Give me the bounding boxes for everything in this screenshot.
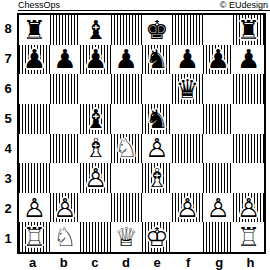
square-f7[interactable]: ♟♟ bbox=[172, 45, 203, 75]
square-a6[interactable] bbox=[19, 74, 50, 104]
square-b2[interactable]: ♟♙ bbox=[50, 193, 81, 223]
rank-label-6: 6 bbox=[0, 73, 16, 103]
piece-glyph: ♝ bbox=[84, 17, 107, 43]
rank-label-7: 7 bbox=[0, 43, 16, 73]
black-knight[interactable]: ♞♞ bbox=[142, 45, 173, 75]
piece-glyph: ♟ bbox=[115, 46, 138, 72]
square-h3[interactable] bbox=[233, 163, 264, 193]
square-a1[interactable]: ♜♖ bbox=[19, 222, 50, 252]
square-d4[interactable]: ♞♘ bbox=[111, 134, 142, 164]
square-g4[interactable] bbox=[203, 134, 234, 164]
rank-labels: 8 7 6 5 4 3 2 1 bbox=[0, 13, 16, 254]
white-pawn[interactable]: ♟♙ bbox=[50, 193, 81, 223]
square-h8[interactable]: ♜♜ bbox=[233, 15, 264, 45]
square-d8[interactable] bbox=[111, 15, 142, 45]
white-pawn[interactable]: ♟♙ bbox=[233, 193, 264, 223]
square-e6[interactable] bbox=[142, 74, 173, 104]
black-pawn[interactable]: ♟♟ bbox=[50, 45, 81, 75]
black-knight[interactable]: ♞♞ bbox=[142, 104, 173, 134]
piece-glyph: ♟ bbox=[237, 46, 260, 72]
black-bishop[interactable]: ♝♝ bbox=[80, 104, 111, 134]
header-rule bbox=[18, 10, 270, 11]
square-g7[interactable]: ♟♟ bbox=[203, 45, 234, 75]
file-label-g: g bbox=[204, 255, 235, 269]
file-label-a: a bbox=[17, 255, 48, 269]
white-pawn[interactable]: ♟♙ bbox=[203, 193, 234, 223]
black-pawn[interactable]: ♟♟ bbox=[111, 45, 142, 75]
black-bishop[interactable]: ♝♝ bbox=[80, 15, 111, 45]
square-h7[interactable]: ♟♟ bbox=[233, 45, 264, 75]
square-h1[interactable]: ♜♖ bbox=[233, 222, 264, 252]
piece-glyph: ♗ bbox=[84, 135, 107, 161]
piece-glyph: ♙ bbox=[84, 165, 107, 191]
square-b6[interactable] bbox=[50, 74, 81, 104]
square-e3[interactable]: ♝♗ bbox=[142, 163, 173, 193]
square-e8[interactable]: ♚♚ bbox=[142, 15, 173, 45]
piece-glyph: ♜ bbox=[237, 17, 260, 43]
square-b8[interactable] bbox=[50, 15, 81, 45]
square-g3[interactable] bbox=[203, 163, 234, 193]
white-rook[interactable]: ♜♖ bbox=[19, 222, 50, 252]
piece-glyph: ♙ bbox=[53, 195, 76, 221]
black-king[interactable]: ♚♚ bbox=[142, 15, 173, 45]
square-d2[interactable] bbox=[111, 193, 142, 223]
white-bishop[interactable]: ♝♗ bbox=[80, 134, 111, 164]
file-label-h: h bbox=[235, 255, 266, 269]
square-c1[interactable] bbox=[80, 222, 111, 252]
white-knight[interactable]: ♞♘ bbox=[111, 134, 142, 164]
piece-glyph: ♙ bbox=[237, 195, 260, 221]
white-pawn[interactable]: ♟♙ bbox=[172, 193, 203, 223]
square-d6[interactable] bbox=[111, 74, 142, 104]
piece-glyph: ♗ bbox=[145, 165, 168, 191]
square-d7[interactable]: ♟♟ bbox=[111, 45, 142, 75]
square-e5[interactable]: ♞♞ bbox=[142, 104, 173, 134]
square-a3[interactable] bbox=[19, 163, 50, 193]
square-b4[interactable] bbox=[50, 134, 81, 164]
square-g8[interactable] bbox=[203, 15, 234, 45]
file-label-e: e bbox=[142, 255, 173, 269]
square-b1[interactable]: ♞♘ bbox=[50, 222, 81, 252]
board: ♜♜♝♝♚♚♜♜♟♟♟♟♟♟♟♟♞♞♟♟♟♟♟♟♛♛♝♝♞♞♝♗♞♘♟♙♟♙♝♗… bbox=[17, 13, 266, 254]
square-g6[interactable] bbox=[203, 74, 234, 104]
app-title: ChessOps bbox=[18, 0, 60, 10]
square-c4[interactable]: ♝♗ bbox=[80, 134, 111, 164]
piece-glyph: ♕ bbox=[115, 224, 138, 250]
file-label-d: d bbox=[110, 255, 141, 269]
black-rook[interactable]: ♜♜ bbox=[233, 15, 264, 45]
white-pawn[interactable]: ♟♙ bbox=[142, 134, 173, 164]
square-b5[interactable] bbox=[50, 104, 81, 134]
square-g5[interactable] bbox=[203, 104, 234, 134]
piece-glyph: ♟ bbox=[84, 46, 107, 72]
piece-glyph: ♘ bbox=[53, 224, 76, 250]
piece-glyph: ♛ bbox=[176, 76, 199, 102]
white-knight[interactable]: ♞♘ bbox=[50, 222, 81, 252]
white-queen[interactable]: ♛♕ bbox=[111, 222, 142, 252]
square-d3[interactable] bbox=[111, 163, 142, 193]
square-d1[interactable]: ♛♕ bbox=[111, 222, 142, 252]
rank-label-5: 5 bbox=[0, 103, 16, 133]
rank-label-3: 3 bbox=[0, 164, 16, 194]
square-f1[interactable] bbox=[172, 222, 203, 252]
piece-glyph: ♟ bbox=[206, 46, 229, 72]
square-c5[interactable]: ♝♝ bbox=[80, 104, 111, 134]
square-h5[interactable] bbox=[233, 104, 264, 134]
square-f4[interactable] bbox=[172, 134, 203, 164]
piece-glyph: ♚ bbox=[145, 17, 168, 43]
white-pawn[interactable]: ♟♙ bbox=[19, 193, 50, 223]
square-f6[interactable]: ♛♛ bbox=[172, 74, 203, 104]
chess-diagram: ChessOps © EUdesign 8 7 6 5 4 3 2 1 ♜♜♝♝… bbox=[0, 0, 270, 270]
piece-glyph: ♙ bbox=[145, 135, 168, 161]
piece-glyph: ♟ bbox=[53, 46, 76, 72]
piece-glyph: ♙ bbox=[206, 195, 229, 221]
piece-glyph: ♜ bbox=[23, 17, 46, 43]
rank-label-2: 2 bbox=[0, 194, 16, 224]
square-f3[interactable] bbox=[172, 163, 203, 193]
piece-glyph: ♙ bbox=[176, 195, 199, 221]
square-c8[interactable]: ♝♝ bbox=[80, 15, 111, 45]
piece-glyph: ♖ bbox=[23, 224, 46, 250]
white-pawn[interactable]: ♟♙ bbox=[80, 163, 111, 193]
header: ChessOps © EUdesign bbox=[0, 0, 270, 10]
file-label-c: c bbox=[79, 255, 110, 269]
piece-glyph: ♝ bbox=[84, 106, 107, 132]
square-f5[interactable] bbox=[172, 104, 203, 134]
square-c7[interactable]: ♟♟ bbox=[80, 45, 111, 75]
black-pawn[interactable]: ♟♟ bbox=[172, 45, 203, 75]
square-g1[interactable] bbox=[203, 222, 234, 252]
white-king[interactable]: ♚♔ bbox=[142, 222, 173, 252]
piece-glyph: ♙ bbox=[23, 195, 46, 221]
square-e4[interactable]: ♟♙ bbox=[142, 134, 173, 164]
square-g2[interactable]: ♟♙ bbox=[203, 193, 234, 223]
black-pawn[interactable]: ♟♟ bbox=[19, 45, 50, 75]
piece-glyph: ♞ bbox=[145, 46, 168, 72]
piece-glyph: ♘ bbox=[115, 135, 138, 161]
white-rook[interactable]: ♜♖ bbox=[233, 222, 264, 252]
piece-glyph: ♟ bbox=[176, 46, 199, 72]
white-bishop[interactable]: ♝♗ bbox=[142, 163, 173, 193]
square-b3[interactable] bbox=[50, 163, 81, 193]
square-h2[interactable]: ♟♙ bbox=[233, 193, 264, 223]
black-queen[interactable]: ♛♛ bbox=[172, 74, 203, 104]
square-e7[interactable]: ♞♞ bbox=[142, 45, 173, 75]
square-f2[interactable]: ♟♙ bbox=[172, 193, 203, 223]
black-rook[interactable]: ♜♜ bbox=[19, 15, 50, 45]
square-h4[interactable] bbox=[233, 134, 264, 164]
square-a5[interactable] bbox=[19, 104, 50, 134]
rank-label-1: 1 bbox=[0, 224, 16, 254]
file-label-f: f bbox=[173, 255, 204, 269]
piece-glyph: ♖ bbox=[237, 224, 260, 250]
square-f8[interactable] bbox=[172, 15, 203, 45]
credit-label: © EUdesign bbox=[220, 0, 268, 10]
piece-glyph: ♟ bbox=[23, 46, 46, 72]
square-a8[interactable]: ♜♜ bbox=[19, 15, 50, 45]
square-c2[interactable] bbox=[80, 193, 111, 223]
square-d5[interactable] bbox=[111, 104, 142, 134]
square-a7[interactable]: ♟♟ bbox=[19, 45, 50, 75]
file-labels: a b c d e f g h bbox=[17, 255, 266, 269]
file-label-b: b bbox=[48, 255, 79, 269]
black-pawn[interactable]: ♟♟ bbox=[203, 45, 234, 75]
piece-glyph: ♞ bbox=[145, 106, 168, 132]
rank-label-8: 8 bbox=[0, 13, 16, 43]
square-e1[interactable]: ♚♔ bbox=[142, 222, 173, 252]
piece-glyph: ♔ bbox=[145, 224, 168, 250]
square-b7[interactable]: ♟♟ bbox=[50, 45, 81, 75]
black-pawn[interactable]: ♟♟ bbox=[80, 45, 111, 75]
square-c6[interactable] bbox=[80, 74, 111, 104]
square-e2[interactable] bbox=[142, 193, 173, 223]
square-h6[interactable] bbox=[233, 74, 264, 104]
rank-label-4: 4 bbox=[0, 134, 16, 164]
square-a2[interactable]: ♟♙ bbox=[19, 193, 50, 223]
square-c3[interactable]: ♟♙ bbox=[80, 163, 111, 193]
square-a4[interactable] bbox=[19, 134, 50, 164]
black-pawn[interactable]: ♟♟ bbox=[233, 45, 264, 75]
